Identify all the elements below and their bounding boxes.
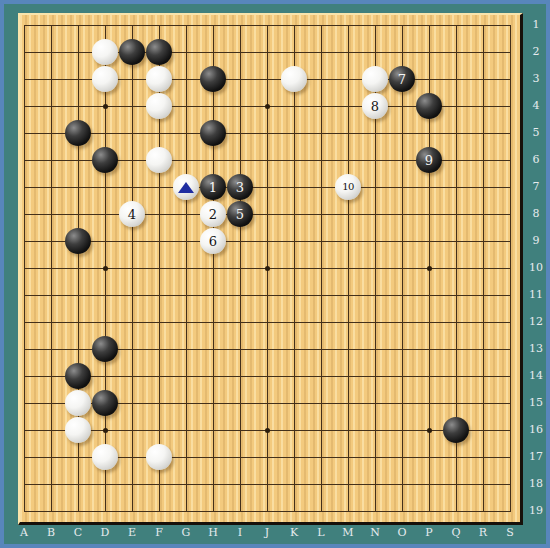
row-label-3: 3 [526,73,546,85]
window-edge-bottom [0,544,550,548]
star-point [265,104,270,109]
stone-white-C16[interactable] [65,417,91,443]
column-label-M: M [335,527,361,539]
stone-black-O3[interactable]: 7 [389,66,415,92]
column-label-J: J [254,527,280,539]
column-label-N: N [362,527,388,539]
stone-move-number: 2 [209,208,217,221]
column-label-A: A [11,527,37,539]
stone-black-P4[interactable] [416,93,442,119]
stone-black-F2[interactable] [146,39,172,65]
row-label-9: 9 [526,235,546,247]
stone-white-H8[interactable]: 2 [200,201,226,227]
stone-white-M7[interactable]: 10 [335,174,361,200]
stone-move-number: 6 [209,235,217,248]
column-label-S: S [497,527,523,539]
row-label-19: 19 [526,505,546,517]
stone-white-K3[interactable] [281,66,307,92]
stone-move-number: 7 [398,73,406,86]
stone-move-number: 3 [236,181,244,194]
stone-move-number: 10 [342,182,354,192]
column-label-K: K [281,527,307,539]
column-label-D: D [92,527,118,539]
stone-move-number: 5 [236,208,244,221]
stone-white-G7[interactable] [173,174,199,200]
stone-white-F17[interactable] [146,444,172,470]
go-app-window: 78913104256 ABCDEFGHIJKLMNOPQRS 12345678… [0,0,550,548]
star-point [427,266,432,271]
column-label-L: L [308,527,334,539]
column-label-F: F [146,527,172,539]
row-label-18: 18 [526,478,546,490]
row-label-1: 1 [526,19,546,31]
stone-white-H9[interactable]: 6 [200,228,226,254]
stone-black-I7[interactable]: 3 [227,174,253,200]
star-point [427,428,432,433]
stone-white-F6[interactable] [146,147,172,173]
row-label-4: 4 [526,100,546,112]
window-edge-left [0,0,4,548]
star-point [265,266,270,271]
star-point [265,428,270,433]
column-label-R: R [470,527,496,539]
row-label-13: 13 [526,343,546,355]
stone-black-H3[interactable] [200,66,226,92]
row-label-12: 12 [526,316,546,328]
row-label-2: 2 [526,46,546,58]
stone-black-C9[interactable] [65,228,91,254]
stone-black-C14[interactable] [65,363,91,389]
stone-white-E8[interactable]: 4 [119,201,145,227]
column-label-P: P [416,527,442,539]
star-point [103,266,108,271]
stone-black-E2[interactable] [119,39,145,65]
stone-white-F3[interactable] [146,66,172,92]
window-edge-right [546,0,550,548]
column-label-I: I [227,527,253,539]
stone-move-number: 4 [128,208,136,221]
column-label-O: O [389,527,415,539]
stone-black-D13[interactable] [92,336,118,362]
row-label-14: 14 [526,370,546,382]
row-label-6: 6 [526,154,546,166]
stone-white-F4[interactable] [146,93,172,119]
row-label-11: 11 [526,289,546,301]
stone-black-Q16[interactable] [443,417,469,443]
row-label-17: 17 [526,451,546,463]
stone-white-D17[interactable] [92,444,118,470]
stone-black-C5[interactable] [65,120,91,146]
row-label-15: 15 [526,397,546,409]
stone-black-I8[interactable]: 5 [227,201,253,227]
column-label-C: C [65,527,91,539]
row-label-16: 16 [526,424,546,436]
column-label-G: G [173,527,199,539]
row-label-7: 7 [526,181,546,193]
stone-black-H5[interactable] [200,120,226,146]
row-label-8: 8 [526,208,546,220]
column-label-B: B [38,527,64,539]
stone-move-number: 8 [371,100,379,113]
stone-black-H7[interactable]: 1 [200,174,226,200]
stone-white-D2[interactable] [92,39,118,65]
column-label-E: E [119,527,145,539]
stone-move-number: 9 [425,154,433,167]
stone-black-P6[interactable]: 9 [416,147,442,173]
triangle-marker-icon [178,182,194,193]
column-label-Q: Q [443,527,469,539]
stone-black-D15[interactable] [92,390,118,416]
column-label-H: H [200,527,226,539]
row-label-5: 5 [526,127,546,139]
stone-white-N3[interactable] [362,66,388,92]
star-point [103,428,108,433]
stone-black-D6[interactable] [92,147,118,173]
stone-move-number: 1 [209,181,217,194]
stone-white-D3[interactable] [92,66,118,92]
window-edge-top [0,0,550,4]
row-label-10: 10 [526,262,546,274]
stone-white-C15[interactable] [65,390,91,416]
star-point [103,104,108,109]
stone-white-N4[interactable]: 8 [362,93,388,119]
